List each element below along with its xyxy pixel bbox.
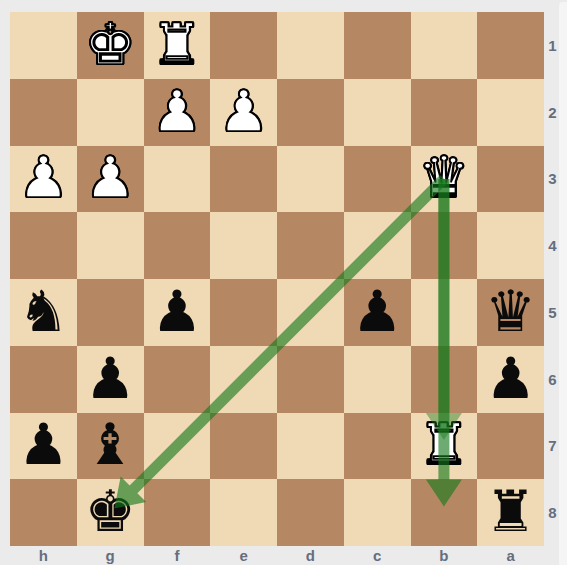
piece-black-pawn[interactable]: ♟ bbox=[151, 283, 202, 340]
file-label-d: d bbox=[277, 546, 344, 565]
square-f6[interactable] bbox=[144, 346, 211, 413]
square-h4[interactable] bbox=[10, 212, 77, 279]
square-h8[interactable] bbox=[10, 479, 77, 546]
square-h1[interactable] bbox=[10, 12, 77, 79]
chess-board[interactable]: ♚♜♟♟♟♟♛♞♟♟♛♟♟♟♝♜♚♜ bbox=[10, 12, 544, 546]
square-a4[interactable] bbox=[477, 212, 544, 279]
square-f4[interactable] bbox=[144, 212, 211, 279]
piece-black-pawn[interactable]: ♟ bbox=[18, 416, 69, 473]
square-c8[interactable] bbox=[344, 479, 411, 546]
square-g2[interactable] bbox=[77, 79, 144, 146]
square-a8[interactable]: ♜ bbox=[477, 479, 544, 546]
square-g6[interactable]: ♟ bbox=[77, 346, 144, 413]
square-g5[interactable] bbox=[77, 279, 144, 346]
square-e5[interactable] bbox=[210, 279, 277, 346]
piece-black-pawn[interactable]: ♟ bbox=[485, 350, 536, 407]
square-b4[interactable] bbox=[411, 212, 478, 279]
square-h2[interactable] bbox=[10, 79, 77, 146]
square-d7[interactable] bbox=[277, 413, 344, 480]
square-d8[interactable] bbox=[277, 479, 344, 546]
piece-white-pawn[interactable]: ♟ bbox=[151, 83, 202, 140]
square-e4[interactable] bbox=[210, 212, 277, 279]
square-c4[interactable] bbox=[344, 212, 411, 279]
scrollbar-track[interactable] bbox=[559, 2, 567, 565]
square-c6[interactable] bbox=[344, 346, 411, 413]
square-b6[interactable] bbox=[411, 346, 478, 413]
piece-black-queen[interactable]: ♛ bbox=[485, 283, 536, 340]
square-d5[interactable] bbox=[277, 279, 344, 346]
square-e7[interactable] bbox=[210, 413, 277, 480]
file-label-g: g bbox=[77, 546, 144, 565]
file-label-a: a bbox=[477, 546, 544, 565]
square-f8[interactable] bbox=[144, 479, 211, 546]
square-d6[interactable] bbox=[277, 346, 344, 413]
square-g4[interactable] bbox=[77, 212, 144, 279]
square-g1[interactable]: ♚ bbox=[77, 12, 144, 79]
piece-black-rook[interactable]: ♜ bbox=[485, 483, 536, 540]
square-a5[interactable]: ♛ bbox=[477, 279, 544, 346]
page-root: ♚♜♟♟♟♟♛♞♟♟♛♟♟♟♝♜♚♜ hgfedcba 12345678 bbox=[0, 0, 567, 565]
square-f5[interactable]: ♟ bbox=[144, 279, 211, 346]
square-e1[interactable] bbox=[210, 12, 277, 79]
square-c1[interactable] bbox=[344, 12, 411, 79]
piece-white-pawn[interactable]: ♟ bbox=[218, 83, 269, 140]
piece-white-queen[interactable]: ♛ bbox=[418, 149, 469, 206]
file-label-h: h bbox=[10, 546, 77, 565]
square-h6[interactable] bbox=[10, 346, 77, 413]
square-a7[interactable] bbox=[477, 413, 544, 480]
file-label-b: b bbox=[411, 546, 478, 565]
square-f1[interactable]: ♜ bbox=[144, 12, 211, 79]
square-a6[interactable]: ♟ bbox=[477, 346, 544, 413]
square-c5[interactable]: ♟ bbox=[344, 279, 411, 346]
square-d1[interactable] bbox=[277, 12, 344, 79]
piece-white-pawn[interactable]: ♟ bbox=[18, 149, 69, 206]
square-f7[interactable] bbox=[144, 413, 211, 480]
square-b1[interactable] bbox=[411, 12, 478, 79]
square-c3[interactable] bbox=[344, 146, 411, 213]
square-h3[interactable]: ♟ bbox=[10, 146, 77, 213]
square-e3[interactable] bbox=[210, 146, 277, 213]
file-label-f: f bbox=[144, 546, 211, 565]
square-e6[interactable] bbox=[210, 346, 277, 413]
piece-black-pawn[interactable]: ♟ bbox=[85, 350, 136, 407]
square-d2[interactable] bbox=[277, 79, 344, 146]
piece-black-pawn[interactable]: ♟ bbox=[352, 283, 403, 340]
square-e2[interactable]: ♟ bbox=[210, 79, 277, 146]
piece-white-king[interactable]: ♚ bbox=[85, 16, 136, 73]
square-e8[interactable] bbox=[210, 479, 277, 546]
square-d4[interactable] bbox=[277, 212, 344, 279]
square-b2[interactable] bbox=[411, 79, 478, 146]
square-b5[interactable] bbox=[411, 279, 478, 346]
piece-black-bishop[interactable]: ♝ bbox=[85, 416, 136, 473]
piece-black-king[interactable]: ♚ bbox=[85, 483, 136, 540]
piece-white-rook[interactable]: ♜ bbox=[418, 416, 469, 473]
square-g7[interactable]: ♝ bbox=[77, 413, 144, 480]
square-d3[interactable] bbox=[277, 146, 344, 213]
square-a2[interactable] bbox=[477, 79, 544, 146]
square-c7[interactable] bbox=[344, 413, 411, 480]
square-b7[interactable]: ♜ bbox=[411, 413, 478, 480]
piece-white-pawn[interactable]: ♟ bbox=[85, 149, 136, 206]
square-a3[interactable] bbox=[477, 146, 544, 213]
file-label-e: e bbox=[210, 546, 277, 565]
square-g3[interactable]: ♟ bbox=[77, 146, 144, 213]
square-f3[interactable] bbox=[144, 146, 211, 213]
square-g8[interactable]: ♚ bbox=[77, 479, 144, 546]
square-h7[interactable]: ♟ bbox=[10, 413, 77, 480]
piece-white-rook[interactable]: ♜ bbox=[151, 16, 202, 73]
file-labels: hgfedcba bbox=[10, 546, 544, 565]
square-f2[interactable]: ♟ bbox=[144, 79, 211, 146]
square-c2[interactable] bbox=[344, 79, 411, 146]
file-label-c: c bbox=[344, 546, 411, 565]
square-b8[interactable] bbox=[411, 479, 478, 546]
square-a1[interactable] bbox=[477, 12, 544, 79]
square-b3[interactable]: ♛ bbox=[411, 146, 478, 213]
piece-black-knight[interactable]: ♞ bbox=[18, 283, 69, 340]
square-h5[interactable]: ♞ bbox=[10, 279, 77, 346]
